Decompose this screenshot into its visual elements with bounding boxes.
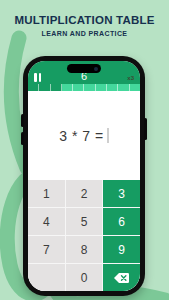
progress-segment — [84, 84, 95, 91]
promo-header: MULTIPLICATION TABLE LEARN AND PRACTICE — [0, 14, 169, 37]
key-6[interactable]: 6 — [103, 208, 140, 235]
key-backspace[interactable] — [103, 264, 140, 291]
backspace-icon — [114, 273, 129, 283]
key-8[interactable]: 8 — [66, 236, 103, 263]
power-button — [144, 118, 147, 140]
dynamic-island — [67, 64, 101, 73]
key-7[interactable]: 7 — [28, 236, 65, 263]
app-screen: 6 x3 3 * 7 = 1 2 3 4 5 6 7 8 9 0 — [28, 61, 140, 291]
progress-segment — [118, 84, 129, 91]
progress-segment — [73, 84, 84, 91]
number-keypad: 1 2 3 4 5 6 7 8 9 0 — [28, 180, 140, 291]
key-4[interactable]: 4 — [28, 208, 65, 235]
key-0[interactable]: 0 — [66, 264, 103, 291]
progress-segment — [39, 84, 50, 91]
camera-dot-icon — [94, 67, 98, 71]
key-5[interactable]: 5 — [66, 208, 103, 235]
progress-segment — [28, 84, 39, 91]
progress-segment — [96, 84, 107, 91]
promo-title: MULTIPLICATION TABLE — [0, 14, 169, 28]
key-9[interactable]: 9 — [103, 236, 140, 263]
progress-segment — [51, 84, 62, 91]
promo-screenshot: MULTIPLICATION TABLE LEARN AND PRACTICE … — [0, 0, 169, 300]
text-cursor — [107, 128, 109, 143]
key-2[interactable]: 2 — [66, 180, 103, 207]
key-empty — [28, 264, 65, 291]
phone-mockup: 6 x3 3 * 7 = 1 2 3 4 5 6 7 8 9 0 — [23, 56, 145, 296]
key-1[interactable]: 1 — [28, 180, 65, 207]
key-3[interactable]: 3 — [103, 180, 140, 207]
volume-down-button — [21, 132, 24, 145]
progress-segment — [107, 84, 118, 91]
question-text: 3 * 7 = — [59, 128, 103, 144]
progress-segment — [130, 84, 140, 91]
question-area: 3 * 7 = — [28, 91, 140, 180]
promo-subtitle: LEARN AND PRACTICE — [0, 30, 169, 37]
progress-bar — [28, 84, 140, 91]
progress-segment — [62, 84, 73, 91]
volume-up-button — [21, 114, 24, 127]
